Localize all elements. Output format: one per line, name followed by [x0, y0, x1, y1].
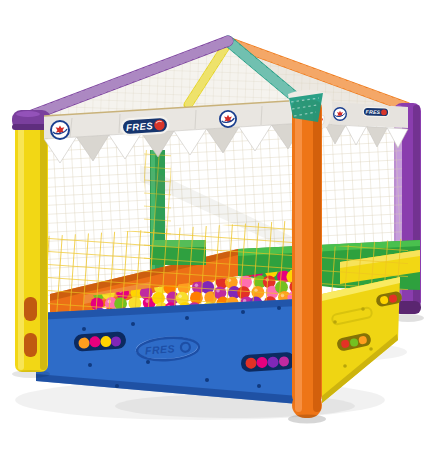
- maple-badge-icon: [51, 121, 69, 139]
- post-slot: [24, 333, 37, 357]
- maple-badge-icon: [334, 108, 347, 121]
- front-slot-1: [73, 331, 126, 352]
- post-orange: [288, 93, 326, 424]
- product-photo: FRES: [0, 0, 430, 450]
- net-wrap-teal: [289, 93, 323, 122]
- maple-badge-icon: [220, 111, 236, 127]
- freso-pill-logo: FRES: [120, 115, 170, 136]
- banner-wordmark: FRES: [126, 120, 154, 133]
- post-yellow: [12, 110, 51, 378]
- post-slot: [24, 297, 37, 321]
- base-panel-yellow: [322, 277, 403, 403]
- banner-wordmark: FRES: [365, 109, 380, 116]
- embossed-wordmark: FRES: [145, 342, 176, 356]
- freso-pill-logo: FRES: [362, 107, 389, 118]
